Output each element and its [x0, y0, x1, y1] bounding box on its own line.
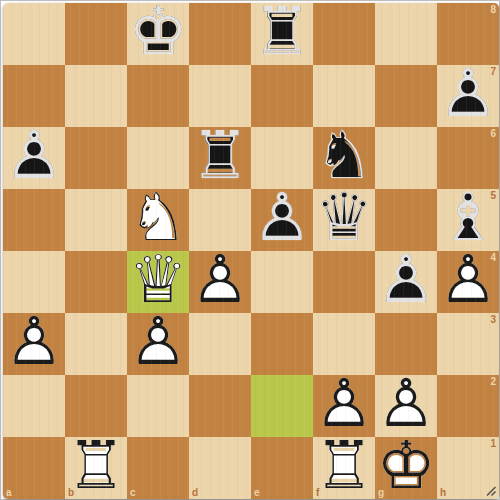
white-knight[interactable]: ♞♘ [127, 189, 189, 251]
square-g8[interactable] [375, 3, 437, 65]
piece-outline-glyph: ♘ [314, 123, 373, 189]
rank-label-7: 7 [490, 66, 496, 77]
file-label-c: c [130, 487, 136, 498]
rank-label-6: 6 [490, 128, 496, 139]
piece-outline-glyph: ♕ [128, 247, 187, 313]
rank-label-2: 2 [490, 376, 496, 387]
white-rook[interactable]: ♜♖ [65, 437, 127, 499]
piece-fill-glyph: ♜ [66, 433, 125, 499]
piece-outline-glyph: ♖ [252, 3, 311, 65]
piece-fill-glyph: ♟ [314, 371, 373, 437]
white-pawn[interactable]: ♟♙ [313, 375, 375, 437]
black-pawn[interactable]: ♟♙ [251, 189, 313, 251]
black-queen[interactable]: ♛♕ [313, 189, 375, 251]
square-d1[interactable]: d [189, 437, 251, 499]
square-f2[interactable]: ♟♙ [313, 375, 375, 437]
piece-fill-glyph: ♛ [314, 185, 373, 251]
square-h7[interactable]: ♟♙7 [437, 65, 499, 127]
square-d8[interactable] [189, 3, 251, 65]
square-f6[interactable]: ♞♘ [313, 127, 375, 189]
piece-outline-glyph: ♕ [314, 185, 373, 251]
square-d3[interactable] [189, 313, 251, 375]
piece-fill-glyph: ♜ [252, 3, 311, 65]
file-label-h: h [440, 487, 446, 498]
piece-fill-glyph: ♟ [376, 247, 435, 313]
file-label-g: g [378, 487, 384, 498]
square-h2[interactable]: 2 [437, 375, 499, 437]
square-c7[interactable] [127, 65, 189, 127]
square-c8[interactable]: ♚♔ [127, 3, 189, 65]
piece-fill-glyph: ♜ [190, 123, 249, 189]
square-f1[interactable]: ♜♖f [313, 437, 375, 499]
square-c3[interactable]: ♟♙ [127, 313, 189, 375]
piece-outline-glyph: ♙ [376, 247, 435, 313]
square-d7[interactable] [189, 65, 251, 127]
piece-fill-glyph: ♟ [128, 309, 187, 375]
square-b6[interactable] [65, 127, 127, 189]
square-e1[interactable]: e [251, 437, 313, 499]
piece-fill-glyph: ♛ [128, 247, 187, 313]
square-f8[interactable] [313, 3, 375, 65]
square-h3[interactable]: 3 [437, 313, 499, 375]
piece-fill-glyph: ♚ [376, 433, 435, 499]
black-rook[interactable]: ♜♖ [189, 127, 251, 189]
square-a4[interactable] [3, 251, 65, 313]
piece-fill-glyph: ♟ [190, 247, 249, 313]
white-pawn[interactable]: ♟♙ [3, 313, 65, 375]
black-pawn[interactable]: ♟♙ [3, 127, 65, 189]
square-d5[interactable] [189, 189, 251, 251]
square-e8[interactable]: ♜♖ [251, 3, 313, 65]
piece-outline-glyph: ♖ [314, 433, 373, 499]
rank-label-4: 4 [490, 252, 496, 263]
square-e2[interactable] [251, 375, 313, 437]
white-rook[interactable]: ♜♖ [313, 437, 375, 499]
square-b8[interactable] [65, 3, 127, 65]
square-a7[interactable] [3, 65, 65, 127]
square-h5[interactable]: ♝♗5 [437, 189, 499, 251]
square-b2[interactable] [65, 375, 127, 437]
piece-outline-glyph: ♖ [66, 433, 125, 499]
square-c4[interactable]: ♛♕ [127, 251, 189, 313]
square-e4[interactable] [251, 251, 313, 313]
square-a8[interactable] [3, 3, 65, 65]
square-h4[interactable]: ♟♙4 [437, 251, 499, 313]
piece-fill-glyph: ♚ [128, 3, 187, 65]
white-queen[interactable]: ♛♕ [127, 251, 189, 313]
square-c1[interactable]: c [127, 437, 189, 499]
piece-outline-glyph: ♙ [190, 247, 249, 313]
piece-outline-glyph: ♔ [128, 3, 187, 65]
square-a3[interactable]: ♟♙ [3, 313, 65, 375]
square-c2[interactable] [127, 375, 189, 437]
piece-outline-glyph: ♗ [438, 185, 497, 251]
square-g5[interactable] [375, 189, 437, 251]
piece-fill-glyph: ♞ [128, 185, 187, 251]
file-label-d: d [192, 487, 198, 498]
square-c5[interactable]: ♞♘ [127, 189, 189, 251]
piece-outline-glyph: ♙ [314, 371, 373, 437]
white-pawn[interactable]: ♟♙ [189, 251, 251, 313]
rank-label-8: 8 [490, 4, 496, 15]
piece-fill-glyph: ♞ [314, 123, 373, 189]
square-b4[interactable] [65, 251, 127, 313]
piece-fill-glyph: ♟ [438, 61, 497, 127]
square-a1[interactable]: a [3, 437, 65, 499]
square-g3[interactable] [375, 313, 437, 375]
piece-fill-glyph: ♝ [438, 185, 497, 251]
piece-outline-glyph: ♖ [190, 123, 249, 189]
rank-label-5: 5 [490, 190, 496, 201]
file-label-b: b [68, 487, 74, 498]
square-b1[interactable]: ♜♖b [65, 437, 127, 499]
black-king[interactable]: ♚♔ [127, 3, 189, 65]
rank-label-1: 1 [490, 438, 496, 449]
square-h8[interactable]: 8 [437, 3, 499, 65]
piece-outline-glyph: ♘ [128, 185, 187, 251]
chess-board[interactable]: ♚♔♜♖8♟♙7♟♙♜♖♞♘6♞♘♟♙♛♕♝♗5♛♕♟♙♟♙♟♙4♟♙♟♙3♟♙… [3, 3, 499, 499]
white-pawn[interactable]: ♟♙ [375, 375, 437, 437]
square-a5[interactable] [3, 189, 65, 251]
piece-outline-glyph: ♙ [4, 309, 63, 375]
resize-handle-icon[interactable] [484, 484, 497, 497]
square-e3[interactable] [251, 313, 313, 375]
piece-outline-glyph: ♙ [438, 247, 497, 313]
white-king[interactable]: ♚♔ [375, 437, 437, 499]
black-knight[interactable]: ♞♘ [313, 127, 375, 189]
black-rook[interactable]: ♜♖ [251, 3, 313, 65]
piece-outline-glyph: ♙ [438, 61, 497, 127]
square-g7[interactable] [375, 65, 437, 127]
piece-outline-glyph: ♙ [376, 371, 435, 437]
square-a2[interactable] [3, 375, 65, 437]
piece-fill-glyph: ♜ [314, 433, 373, 499]
black-pawn[interactable]: ♟♙ [375, 251, 437, 313]
file-label-e: e [254, 487, 260, 498]
square-e6[interactable] [251, 127, 313, 189]
file-label-f: f [316, 487, 319, 498]
piece-outline-glyph: ♙ [252, 185, 311, 251]
square-b7[interactable] [65, 65, 127, 127]
square-e7[interactable] [251, 65, 313, 127]
piece-outline-glyph: ♙ [128, 309, 187, 375]
square-g6[interactable] [375, 127, 437, 189]
piece-outline-glyph: ♙ [4, 123, 63, 189]
square-c6[interactable] [127, 127, 189, 189]
piece-fill-glyph: ♟ [4, 309, 63, 375]
square-b3[interactable] [65, 313, 127, 375]
piece-fill-glyph: ♟ [4, 123, 63, 189]
square-d6[interactable]: ♜♖ [189, 127, 251, 189]
square-g1[interactable]: ♚♔g [375, 437, 437, 499]
piece-outline-glyph: ♔ [376, 433, 435, 499]
square-g2[interactable]: ♟♙ [375, 375, 437, 437]
square-d4[interactable]: ♟♙ [189, 251, 251, 313]
rank-label-3: 3 [490, 314, 496, 325]
square-f4[interactable] [313, 251, 375, 313]
square-g4[interactable]: ♟♙ [375, 251, 437, 313]
square-f7[interactable] [313, 65, 375, 127]
piece-fill-glyph: ♟ [376, 371, 435, 437]
square-b5[interactable] [65, 189, 127, 251]
square-a6[interactable]: ♟♙ [3, 127, 65, 189]
square-e5[interactable]: ♟♙ [251, 189, 313, 251]
piece-fill-glyph: ♟ [438, 247, 497, 313]
piece-fill-glyph: ♟ [252, 185, 311, 251]
square-f3[interactable] [313, 313, 375, 375]
square-h6[interactable]: 6 [437, 127, 499, 189]
square-d2[interactable] [189, 375, 251, 437]
page: ♚♔♜♖8♟♙7♟♙♜♖♞♘6♞♘♟♙♛♕♝♗5♛♕♟♙♟♙♟♙4♟♙♟♙3♟♙… [0, 0, 500, 500]
square-f5[interactable]: ♛♕ [313, 189, 375, 251]
white-pawn[interactable]: ♟♙ [127, 313, 189, 375]
file-label-a: a [6, 487, 12, 498]
